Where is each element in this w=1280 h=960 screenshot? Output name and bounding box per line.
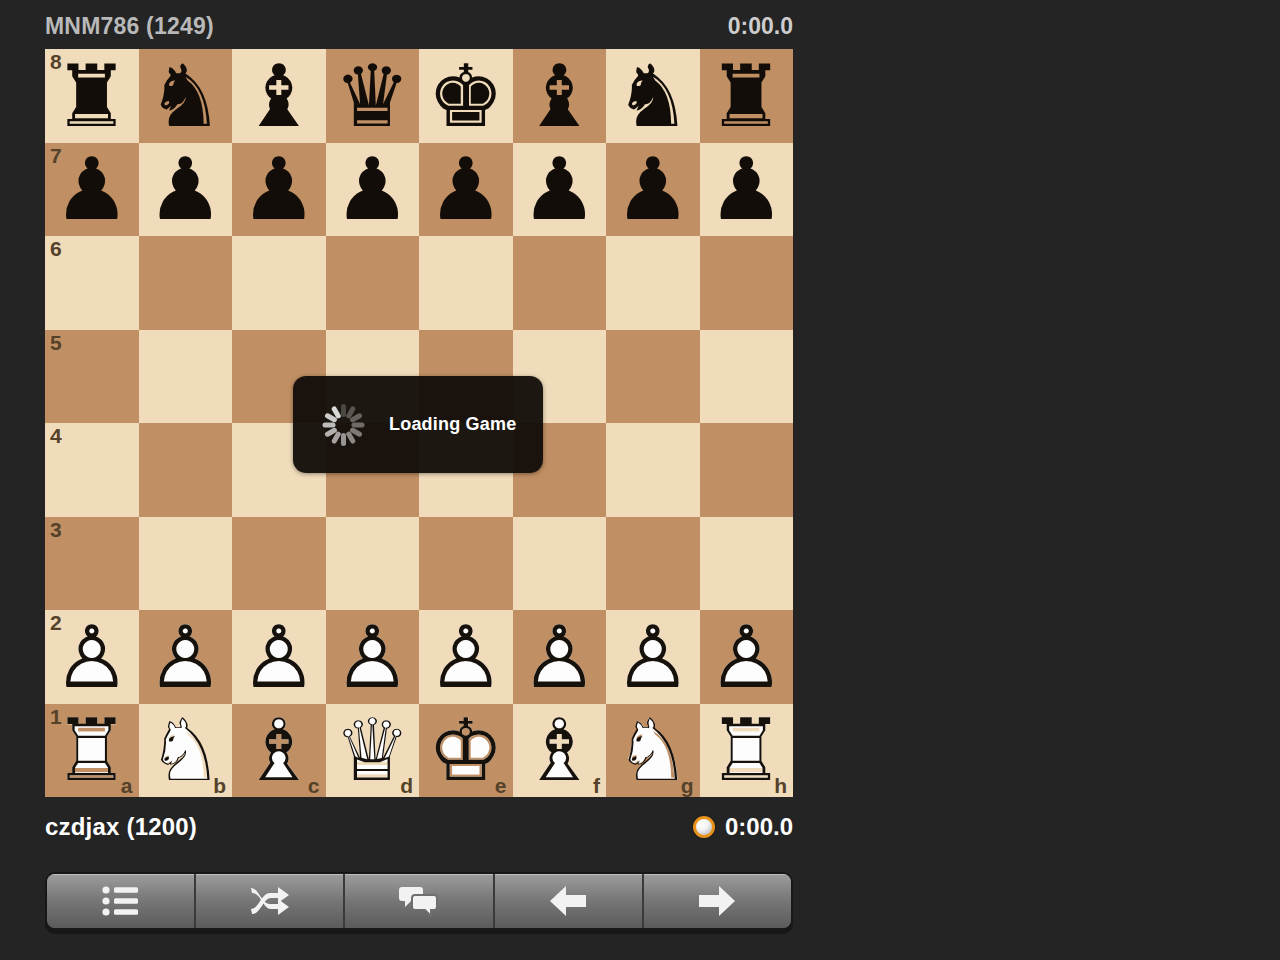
square-d7[interactable]: ♟ <box>326 143 420 237</box>
rank-label-4: 4 <box>50 425 62 446</box>
square-d6[interactable] <box>326 236 420 330</box>
white-pawn-piece: ♟♙ <box>232 610 326 704</box>
rank-label-2: 2 <box>50 612 62 633</box>
white-pawn-piece: ♟♙ <box>326 610 420 704</box>
bottom-player-bar: czdjax (1200) 0:00.0 <box>45 810 793 844</box>
square-c7[interactable]: ♟ <box>232 143 326 237</box>
chess-app-screen: MNM786 (1249) 0:00.0 8♜♞♝♛♚♝♞♜7♟♟♟♟♟♟♟♟6… <box>0 0 1280 960</box>
square-e1[interactable]: e♚♔ <box>419 704 513 798</box>
white-pawn-piece: ♟♙ <box>419 610 513 704</box>
white-to-move-orb-icon <box>693 816 715 838</box>
file-label-h: h <box>774 775 787 796</box>
square-a4[interactable]: 4 <box>45 423 139 517</box>
square-h2[interactable]: ♟♙ <box>700 610 794 704</box>
white-pawn-piece: ♟♙ <box>700 610 794 704</box>
white-bishop-piece: ♝♗ <box>513 704 607 798</box>
square-e2[interactable]: ♟♙ <box>419 610 513 704</box>
square-b1[interactable]: b♞♘ <box>139 704 233 798</box>
square-f8[interactable]: ♝ <box>513 49 607 143</box>
rank-label-3: 3 <box>50 519 62 540</box>
square-f7[interactable]: ♟ <box>513 143 607 237</box>
shuffle-button[interactable] <box>194 874 343 928</box>
black-bishop-piece: ♝ <box>232 49 326 143</box>
move-list-icon <box>102 885 140 917</box>
black-pawn-piece: ♟ <box>419 143 513 237</box>
square-e3[interactable] <box>419 517 513 611</box>
file-label-g: g <box>681 775 694 796</box>
black-pawn-piece: ♟ <box>139 143 233 237</box>
top-player-clock: 0:00.0 <box>728 13 793 40</box>
bottom-clock-group: 0:00.0 <box>693 813 793 841</box>
activity-spinner-icon <box>319 401 367 449</box>
square-f3[interactable] <box>513 517 607 611</box>
black-rook-piece: ♜ <box>700 49 794 143</box>
square-c8[interactable]: ♝ <box>232 49 326 143</box>
square-c1[interactable]: c♝♗ <box>232 704 326 798</box>
square-h6[interactable] <box>700 236 794 330</box>
square-c2[interactable]: ♟♙ <box>232 610 326 704</box>
rank-label-1: 1 <box>50 706 62 727</box>
square-g5[interactable] <box>606 330 700 424</box>
square-f1[interactable]: f♝♗ <box>513 704 607 798</box>
square-a3[interactable]: 3 <box>45 517 139 611</box>
square-h5[interactable] <box>700 330 794 424</box>
square-e8[interactable]: ♚ <box>419 49 513 143</box>
square-b5[interactable] <box>139 330 233 424</box>
square-d8[interactable]: ♛ <box>326 49 420 143</box>
loading-overlay: Loading Game <box>293 376 543 473</box>
square-h7[interactable]: ♟ <box>700 143 794 237</box>
square-g7[interactable]: ♟ <box>606 143 700 237</box>
file-label-d: d <box>400 775 413 796</box>
square-g8[interactable]: ♞ <box>606 49 700 143</box>
square-g4[interactable] <box>606 423 700 517</box>
top-player-bar: MNM786 (1249) 0:00.0 <box>45 10 793 42</box>
move-list-button[interactable] <box>47 874 194 928</box>
square-a5[interactable]: 5 <box>45 330 139 424</box>
square-f2[interactable]: ♟♙ <box>513 610 607 704</box>
rank-label-7: 7 <box>50 145 62 166</box>
black-pawn-piece: ♟ <box>700 143 794 237</box>
top-player-name: MNM786 (1249) <box>45 13 214 40</box>
square-h8[interactable]: ♜ <box>700 49 794 143</box>
black-knight-piece: ♞ <box>139 49 233 143</box>
square-d2[interactable]: ♟♙ <box>326 610 420 704</box>
chat-icon <box>399 884 439 918</box>
white-pawn-piece: ♟♙ <box>606 610 700 704</box>
forward-button[interactable] <box>642 874 791 928</box>
shuffle-icon <box>250 884 290 918</box>
square-e7[interactable]: ♟ <box>419 143 513 237</box>
black-knight-piece: ♞ <box>606 49 700 143</box>
black-queen-piece: ♛ <box>326 49 420 143</box>
square-g3[interactable] <box>606 517 700 611</box>
square-b8[interactable]: ♞ <box>139 49 233 143</box>
white-pawn-piece: ♟♙ <box>139 610 233 704</box>
loading-text: Loading Game <box>389 414 516 435</box>
square-b3[interactable] <box>139 517 233 611</box>
game-toolbar <box>45 872 793 930</box>
square-d1[interactable]: d♛♕ <box>326 704 420 798</box>
bottom-player-name: czdjax (1200) <box>45 813 197 841</box>
black-king-piece: ♚ <box>419 49 513 143</box>
white-pawn-piece: ♟♙ <box>513 610 607 704</box>
bottom-player-clock: 0:00.0 <box>725 813 793 841</box>
square-b7[interactable]: ♟ <box>139 143 233 237</box>
black-pawn-piece: ♟ <box>326 143 420 237</box>
back-button[interactable] <box>493 874 642 928</box>
chat-button[interactable] <box>343 874 492 928</box>
rank-label-6: 6 <box>50 238 62 259</box>
square-g2[interactable]: ♟♙ <box>606 610 700 704</box>
square-b2[interactable]: ♟♙ <box>139 610 233 704</box>
square-a8[interactable]: 8♜ <box>45 49 139 143</box>
square-b6[interactable] <box>139 236 233 330</box>
file-label-f: f <box>593 775 600 796</box>
file-label-b: b <box>213 775 226 796</box>
square-a6[interactable]: 6 <box>45 236 139 330</box>
forward-arrow-icon <box>697 884 737 918</box>
square-a2[interactable]: 2♟♙ <box>45 610 139 704</box>
square-g1[interactable]: g♞♘ <box>606 704 700 798</box>
black-pawn-piece: ♟ <box>232 143 326 237</box>
square-f6[interactable] <box>513 236 607 330</box>
rank-label-5: 5 <box>50 332 62 353</box>
black-pawn-piece: ♟ <box>513 143 607 237</box>
back-arrow-icon <box>548 884 588 918</box>
square-b4[interactable] <box>139 423 233 517</box>
square-a1[interactable]: 1a♜♖ <box>45 704 139 798</box>
rank-label-8: 8 <box>50 51 62 72</box>
square-c3[interactable] <box>232 517 326 611</box>
square-c6[interactable] <box>232 236 326 330</box>
square-d3[interactable] <box>326 517 420 611</box>
square-h1[interactable]: h♜♖ <box>700 704 794 798</box>
file-label-a: a <box>121 775 133 796</box>
file-label-c: c <box>308 775 320 796</box>
file-label-e: e <box>495 775 507 796</box>
black-bishop-piece: ♝ <box>513 49 607 143</box>
black-pawn-piece: ♟ <box>606 143 700 237</box>
square-h4[interactable] <box>700 423 794 517</box>
square-e6[interactable] <box>419 236 513 330</box>
square-a7[interactable]: 7♟ <box>45 143 139 237</box>
square-g6[interactable] <box>606 236 700 330</box>
square-h3[interactable] <box>700 517 794 611</box>
